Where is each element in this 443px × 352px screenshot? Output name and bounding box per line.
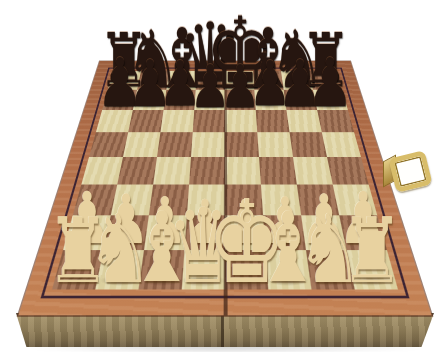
- pieces-layer: ♜♞♝♛♚♝♞♜♟♟♟♟♟♟♟♟♟♟♟♟♟♟♟♟♜♞♝♛♚♝♞♜: [0, 0, 443, 352]
- piece-black-pawn[interactable]: ♟: [307, 50, 354, 117]
- piece-white-rook[interactable]: ♜: [341, 206, 404, 296]
- product-photo-scene: ♜♞♝♛♚♝♞♜♟♟♟♟♟♟♟♟♟♟♟♟♟♟♟♟♜♞♝♛♚♝♞♜: [0, 0, 443, 352]
